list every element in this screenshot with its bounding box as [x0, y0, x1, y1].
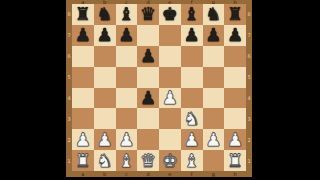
square-f1[interactable]: ♝: [181, 150, 203, 171]
square-a8[interactable]: ♜: [72, 4, 94, 25]
white-bishop-f1: ♝: [184, 152, 200, 170]
square-c7[interactable]: ♟: [116, 25, 138, 46]
rank-label-right-2: 2: [246, 129, 252, 150]
square-f6[interactable]: [181, 46, 203, 67]
square-b7[interactable]: ♟: [94, 25, 116, 46]
file-label-bottom-c: c: [116, 171, 138, 177]
square-g3[interactable]: [203, 108, 225, 129]
file-label-bottom-a: a: [72, 171, 94, 177]
square-h1[interactable]: ♜: [224, 150, 246, 171]
square-a7[interactable]: ♟: [72, 25, 94, 46]
square-h5[interactable]: [224, 67, 246, 88]
square-a6[interactable]: [72, 46, 94, 67]
square-d1[interactable]: ♛: [137, 150, 159, 171]
black-pawn-g7: ♟: [205, 26, 221, 44]
square-h2[interactable]: ♟: [224, 129, 246, 150]
black-pawn-c7: ♟: [118, 26, 134, 44]
square-c3[interactable]: [116, 108, 138, 129]
square-h3[interactable]: [224, 108, 246, 129]
white-pawn-c2: ♟: [118, 131, 134, 149]
rank-label-right-1: 1: [246, 150, 252, 171]
black-pawn-f7: ♟: [184, 26, 200, 44]
black-pawn-d4: ♟: [140, 89, 156, 107]
square-b1[interactable]: ♞: [94, 150, 116, 171]
file-labels-bottom: abcdefgh: [72, 171, 246, 177]
white-queen-d1: ♛: [140, 152, 156, 170]
square-e6[interactable]: [159, 46, 181, 67]
square-b5[interactable]: [94, 67, 116, 88]
square-b4[interactable]: [94, 88, 116, 109]
square-e4[interactable]: ♟: [159, 88, 181, 109]
black-bishop-f8: ♝: [184, 5, 200, 23]
square-f7[interactable]: ♟: [181, 25, 203, 46]
square-b3[interactable]: [94, 108, 116, 129]
square-a2[interactable]: ♟: [72, 129, 94, 150]
square-a3[interactable]: [72, 108, 94, 129]
file-label-bottom-b: b: [94, 171, 116, 177]
white-knight-f3: ♞: [184, 110, 200, 128]
square-d7[interactable]: [137, 25, 159, 46]
rank-label-right-7: 7: [246, 25, 252, 46]
black-pawn-h7: ♟: [227, 26, 243, 44]
black-king-e8: ♚: [162, 5, 178, 23]
square-c6[interactable]: [116, 46, 138, 67]
file-label-bottom-d: d: [137, 171, 159, 177]
square-c8[interactable]: ♝: [116, 4, 138, 25]
square-e7[interactable]: [159, 25, 181, 46]
square-d2[interactable]: [137, 129, 159, 150]
square-d8[interactable]: ♛: [137, 4, 159, 25]
rank-label-right-8: 8: [246, 4, 252, 25]
black-bishop-c8: ♝: [118, 5, 134, 23]
square-g4[interactable]: [203, 88, 225, 109]
white-rook-h1: ♜: [227, 152, 243, 170]
black-pawn-b7: ♟: [97, 26, 113, 44]
square-h4[interactable]: [224, 88, 246, 109]
square-e5[interactable]: [159, 67, 181, 88]
file-label-bottom-g: g: [203, 171, 225, 177]
square-g2[interactable]: ♟: [203, 129, 225, 150]
square-a5[interactable]: [72, 67, 94, 88]
white-pawn-f2: ♟: [184, 131, 200, 149]
square-e2[interactable]: [159, 129, 181, 150]
square-h8[interactable]: ♜: [224, 4, 246, 25]
square-c5[interactable]: [116, 67, 138, 88]
white-king-e1: ♚: [162, 152, 178, 170]
black-rook-a8: ♜: [75, 5, 91, 23]
black-rook-h8: ♜: [227, 5, 243, 23]
rank-label-right-6: 6: [246, 46, 252, 67]
square-e8[interactable]: ♚: [159, 4, 181, 25]
black-knight-g8: ♞: [205, 5, 221, 23]
square-f3[interactable]: ♞: [181, 108, 203, 129]
white-pawn-b2: ♟: [97, 131, 113, 149]
square-b2[interactable]: ♟: [94, 129, 116, 150]
square-c1[interactable]: ♝: [116, 150, 138, 171]
rank-label-right-4: 4: [246, 88, 252, 109]
square-d5[interactable]: [137, 67, 159, 88]
square-b6[interactable]: [94, 46, 116, 67]
white-pawn-a2: ♟: [75, 131, 91, 149]
white-knight-b1: ♞: [97, 152, 113, 170]
square-h6[interactable]: [224, 46, 246, 67]
file-label-bottom-e: e: [159, 171, 181, 177]
square-g8[interactable]: ♞: [203, 4, 225, 25]
white-pawn-h2: ♟: [227, 131, 243, 149]
board-grid: ♜♞♝♛♚♝♞♜♟♟♟♟♟♟♟♟♟♞♟♟♟♟♟♟♜♞♝♛♚♝♜: [72, 4, 246, 171]
square-a4[interactable]: [72, 88, 94, 109]
white-pawn-g2: ♟: [205, 131, 221, 149]
file-label-bottom-h: h: [224, 171, 246, 177]
square-g6[interactable]: [203, 46, 225, 67]
black-queen-d8: ♛: [140, 5, 156, 23]
white-rook-a1: ♜: [75, 152, 91, 170]
square-g1[interactable]: [203, 150, 225, 171]
square-h7[interactable]: ♟: [224, 25, 246, 46]
chess-board: abcdefgh 87654321 ♜♞♝♛♚♝♞♜♟♟♟♟♟♟♟♟♟♞♟♟♟♟…: [66, 0, 252, 177]
square-f5[interactable]: [181, 67, 203, 88]
black-pawn-a7: ♟: [75, 26, 91, 44]
rank-label-right-3: 3: [246, 108, 252, 129]
square-d4[interactable]: ♟: [137, 88, 159, 109]
file-label-bottom-f: f: [181, 171, 203, 177]
square-e3[interactable]: [159, 108, 181, 129]
square-f4[interactable]: [181, 88, 203, 109]
white-bishop-c1: ♝: [118, 152, 134, 170]
square-e1[interactable]: ♚: [159, 150, 181, 171]
square-c4[interactable]: [116, 88, 138, 109]
square-g5[interactable]: [203, 67, 225, 88]
square-f2[interactable]: ♟: [181, 129, 203, 150]
square-a1[interactable]: ♜: [72, 150, 94, 171]
square-c2[interactable]: ♟: [116, 129, 138, 150]
black-pawn-d6: ♟: [140, 47, 156, 65]
square-b8[interactable]: ♞: [94, 4, 116, 25]
rank-label-right-5: 5: [246, 67, 252, 88]
square-d3[interactable]: [137, 108, 159, 129]
rank-labels-right: 87654321: [246, 4, 252, 171]
white-pawn-e4: ♟: [162, 89, 178, 107]
video-frame-background: { "game": "chess", "position": { "fen": …: [0, 0, 320, 180]
black-knight-b8: ♞: [97, 5, 113, 23]
square-f8[interactable]: ♝: [181, 4, 203, 25]
square-g7[interactable]: ♟: [203, 25, 225, 46]
square-d6[interactable]: ♟: [137, 46, 159, 67]
